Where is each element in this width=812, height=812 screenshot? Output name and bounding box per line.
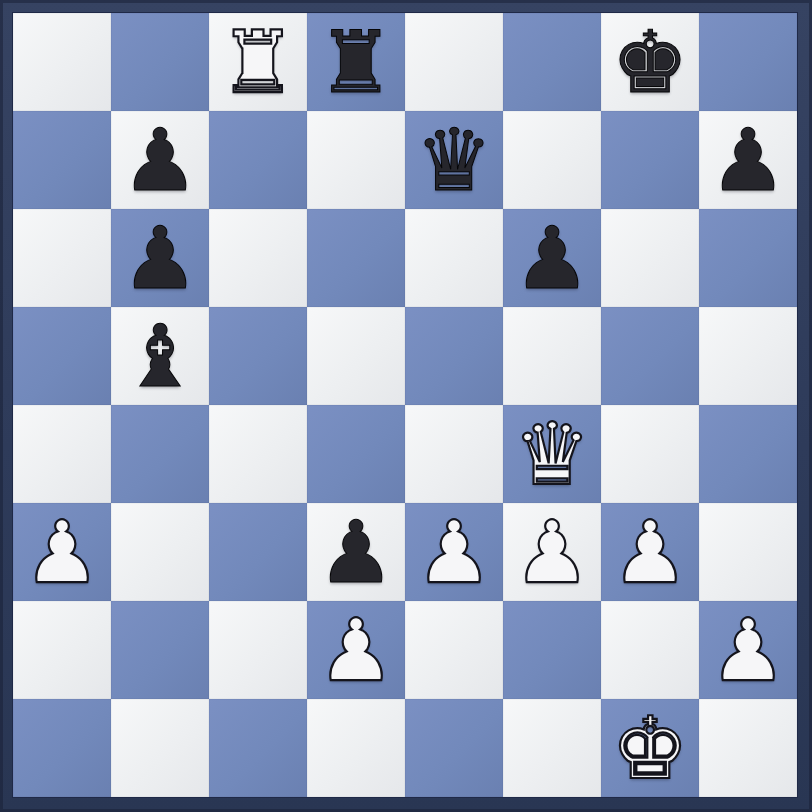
square-b1[interactable] bbox=[111, 699, 209, 797]
square-b5[interactable]: ♝ bbox=[111, 307, 209, 405]
square-a3[interactable]: ♟ bbox=[13, 503, 111, 601]
square-g5[interactable] bbox=[601, 307, 699, 405]
square-d1[interactable] bbox=[307, 699, 405, 797]
piece-black-pawn[interactable]: ♟ bbox=[111, 209, 209, 307]
square-b6[interactable]: ♟ bbox=[111, 209, 209, 307]
square-f2[interactable] bbox=[503, 601, 601, 699]
square-a6[interactable] bbox=[13, 209, 111, 307]
piece-white-queen[interactable]: ♛ bbox=[503, 405, 601, 503]
square-c3[interactable] bbox=[209, 503, 307, 601]
square-d7[interactable] bbox=[307, 111, 405, 209]
square-h4[interactable] bbox=[699, 405, 797, 503]
piece-white-rook[interactable]: ♜ bbox=[209, 13, 307, 111]
square-h8[interactable] bbox=[699, 13, 797, 111]
square-g6[interactable] bbox=[601, 209, 699, 307]
square-a1[interactable] bbox=[13, 699, 111, 797]
square-d3[interactable]: ♟ bbox=[307, 503, 405, 601]
square-d5[interactable] bbox=[307, 307, 405, 405]
square-g3[interactable]: ♟ bbox=[601, 503, 699, 601]
square-c4[interactable] bbox=[209, 405, 307, 503]
square-b7[interactable]: ♟ bbox=[111, 111, 209, 209]
piece-white-pawn[interactable]: ♟ bbox=[503, 503, 601, 601]
square-f4[interactable]: ♛ bbox=[503, 405, 601, 503]
piece-white-pawn[interactable]: ♟ bbox=[405, 503, 503, 601]
piece-black-pawn[interactable]: ♟ bbox=[111, 111, 209, 209]
square-h7[interactable]: ♟ bbox=[699, 111, 797, 209]
square-g7[interactable] bbox=[601, 111, 699, 209]
square-a8[interactable] bbox=[13, 13, 111, 111]
square-c1[interactable] bbox=[209, 699, 307, 797]
piece-black-pawn[interactable]: ♟ bbox=[503, 209, 601, 307]
square-c7[interactable] bbox=[209, 111, 307, 209]
square-a2[interactable] bbox=[13, 601, 111, 699]
square-e4[interactable] bbox=[405, 405, 503, 503]
piece-black-pawn[interactable]: ♟ bbox=[699, 111, 797, 209]
square-e2[interactable] bbox=[405, 601, 503, 699]
piece-white-king[interactable]: ♚ bbox=[601, 699, 699, 797]
piece-black-queen[interactable]: ♛ bbox=[405, 111, 503, 209]
square-g1[interactable]: ♚ bbox=[601, 699, 699, 797]
square-f8[interactable] bbox=[503, 13, 601, 111]
square-g8[interactable]: ♚ bbox=[601, 13, 699, 111]
square-f6[interactable]: ♟ bbox=[503, 209, 601, 307]
square-e7[interactable]: ♛ bbox=[405, 111, 503, 209]
square-h1[interactable] bbox=[699, 699, 797, 797]
square-d4[interactable] bbox=[307, 405, 405, 503]
square-a5[interactable] bbox=[13, 307, 111, 405]
square-e5[interactable] bbox=[405, 307, 503, 405]
square-b4[interactable] bbox=[111, 405, 209, 503]
square-h6[interactable] bbox=[699, 209, 797, 307]
square-h2[interactable]: ♟ bbox=[699, 601, 797, 699]
square-f3[interactable]: ♟ bbox=[503, 503, 601, 601]
square-h3[interactable] bbox=[699, 503, 797, 601]
square-f7[interactable] bbox=[503, 111, 601, 209]
square-c6[interactable] bbox=[209, 209, 307, 307]
piece-black-king[interactable]: ♚ bbox=[601, 13, 699, 111]
piece-white-pawn[interactable]: ♟ bbox=[13, 503, 111, 601]
square-c8[interactable]: ♜ bbox=[209, 13, 307, 111]
square-e6[interactable] bbox=[405, 209, 503, 307]
piece-white-pawn[interactable]: ♟ bbox=[307, 601, 405, 699]
piece-black-rook[interactable]: ♜ bbox=[307, 13, 405, 111]
square-b2[interactable] bbox=[111, 601, 209, 699]
piece-white-pawn[interactable]: ♟ bbox=[699, 601, 797, 699]
square-e1[interactable] bbox=[405, 699, 503, 797]
square-e3[interactable]: ♟ bbox=[405, 503, 503, 601]
piece-white-pawn[interactable]: ♟ bbox=[601, 503, 699, 601]
square-d8[interactable]: ♜ bbox=[307, 13, 405, 111]
square-e8[interactable] bbox=[405, 13, 503, 111]
piece-black-bishop[interactable]: ♝ bbox=[111, 307, 209, 405]
square-f1[interactable] bbox=[503, 699, 601, 797]
square-h5[interactable] bbox=[699, 307, 797, 405]
square-d2[interactable]: ♟ bbox=[307, 601, 405, 699]
square-b8[interactable] bbox=[111, 13, 209, 111]
chess-board: ♜♜♚♟♛♟♟♟♝♛♟♟♟♟♟♟♟♚ bbox=[13, 13, 797, 797]
square-f5[interactable] bbox=[503, 307, 601, 405]
square-d6[interactable] bbox=[307, 209, 405, 307]
square-b3[interactable] bbox=[111, 503, 209, 601]
square-c5[interactable] bbox=[209, 307, 307, 405]
square-c2[interactable] bbox=[209, 601, 307, 699]
chess-board-frame: ♜♜♚♟♛♟♟♟♝♛♟♟♟♟♟♟♟♚ bbox=[0, 0, 812, 812]
square-g4[interactable] bbox=[601, 405, 699, 503]
square-g2[interactable] bbox=[601, 601, 699, 699]
piece-black-pawn[interactable]: ♟ bbox=[307, 503, 405, 601]
square-a4[interactable] bbox=[13, 405, 111, 503]
square-a7[interactable] bbox=[13, 111, 111, 209]
